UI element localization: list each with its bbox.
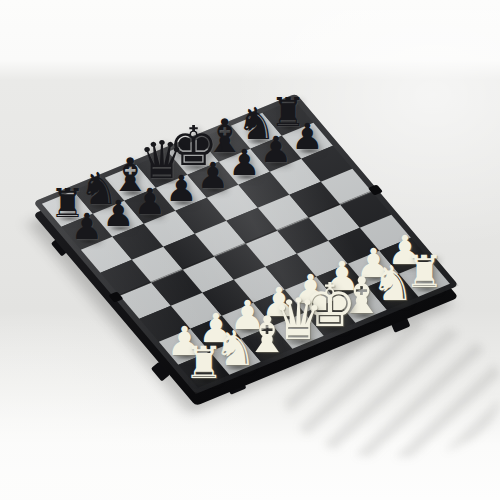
black-pawn-d7[interactable]: ♟ [165,171,197,207]
black-pawn-a7[interactable]: ♟ [71,209,103,245]
black-pawn-h7[interactable]: ♟ [291,119,323,155]
black-pawn-e7[interactable]: ♟ [197,158,229,194]
white-rook-a1[interactable]: ♜ [184,341,223,385]
product-photo-stage: ♜♞♝♛♚♝♞♜♟♟♟♟♟♟♟♟♟♟♟♟♟♟♟♟♜♞♝♛♚♝♞♜ [0,0,500,500]
black-pawn-f7[interactable]: ♟ [228,145,260,181]
black-pawn-b7[interactable]: ♟ [102,196,134,232]
black-pawn-c7[interactable]: ♟ [134,184,166,220]
black-pawn-g7[interactable]: ♟ [260,132,292,168]
